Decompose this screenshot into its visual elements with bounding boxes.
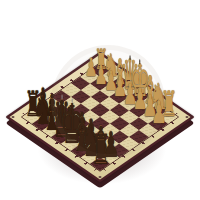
finial-icon bbox=[139, 59, 140, 64]
piece-black-rook-h8: ♜ bbox=[82, 129, 119, 171]
black-rook-icon: ♜ bbox=[91, 129, 110, 171]
finial-icon bbox=[71, 98, 72, 103]
white-pawn-icon: ♟ bbox=[152, 97, 167, 128]
piece-white-pawn-h2: ♟ bbox=[145, 97, 173, 128]
chess-set-photo: ♜♞♝♛♚♝♞♜♟♟♟♟♟♟♟♟♟♟♟♟♟♟♟♟♜♞♝♛♚♝♞♜ bbox=[0, 0, 200, 200]
pieces-layer: ♜♞♝♛♚♝♞♜♟♟♟♟♟♟♟♟♟♟♟♟♟♟♟♟♜♞♝♛♚♝♞♜ bbox=[0, 0, 200, 200]
